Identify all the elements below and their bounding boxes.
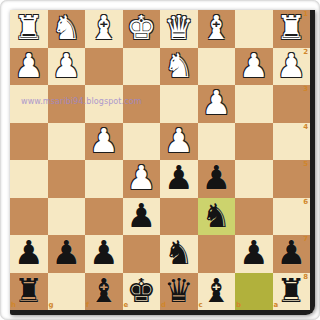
square-e8[interactable]: ♚e [123,273,161,311]
square-a2[interactable]: ♟2 [273,48,311,86]
square-h5[interactable] [10,160,48,198]
square-e7[interactable] [123,235,161,273]
black-king[interactable]: ♚ [126,274,156,307]
white-knight[interactable]: ♞ [51,11,81,44]
square-d6[interactable] [160,198,198,236]
file-label-b: b [236,302,241,309]
black-queen[interactable]: ♛ [164,274,194,307]
square-g5[interactable] [48,160,86,198]
rank-label-5: 5 [303,161,308,168]
black-bishop[interactable]: ♝ [89,274,119,307]
square-h8[interactable]: ♜h [10,273,48,311]
square-e1[interactable]: ♚ [123,10,161,48]
square-c7[interactable] [198,235,236,273]
square-h2[interactable]: ♟ [10,48,48,86]
square-c3[interactable]: ♟ [198,85,236,123]
black-pawn[interactable]: ♟ [164,161,194,194]
white-pawn[interactable]: ♟ [14,49,44,82]
square-b7[interactable]: ♟ [235,235,273,273]
square-f4[interactable]: ♟ [85,123,123,161]
square-c4[interactable] [198,123,236,161]
square-f1[interactable]: ♝ [85,10,123,48]
square-d1[interactable]: ♛ [160,10,198,48]
square-h1[interactable]: ♜ [10,10,48,48]
file-label-a: a [274,302,279,309]
file-label-e: e [124,302,129,309]
white-queen[interactable]: ♛ [164,11,194,44]
black-pawn[interactable]: ♟ [89,236,119,269]
chess-board: ♜♞♝♚♛♝♜1♟♟♞♟♟2♟3♟♟4♟♟♟5♟♞6♟♟♟♞♟♟7♜hg♝f♚e… [10,10,315,315]
square-c2[interactable] [198,48,236,86]
square-d7[interactable]: ♞ [160,235,198,273]
square-c8[interactable]: ♝c [198,273,236,311]
square-g2[interactable]: ♟ [48,48,86,86]
rank-label-3: 3 [303,86,308,93]
square-e6[interactable]: ♟ [123,198,161,236]
file-label-f: f [86,302,89,309]
square-f6[interactable] [85,198,123,236]
board-image-frame: ♜♞♝♚♛♝♜1♟♟♞♟♟2♟3♟♟4♟♟♟5♟♞6♟♟♟♞♟♟7♜hg♝f♚e… [0,0,320,320]
black-pawn[interactable]: ♟ [239,236,269,269]
square-h7[interactable]: ♟ [10,235,48,273]
square-d2[interactable]: ♞ [160,48,198,86]
square-a6[interactable]: 6 [273,198,311,236]
square-c6[interactable]: ♞ [198,198,236,236]
white-rook[interactable]: ♜ [276,11,306,44]
file-label-d: d [161,302,166,309]
square-a3[interactable]: 3 [273,85,311,123]
black-knight[interactable]: ♞ [201,199,231,232]
square-b5[interactable] [235,160,273,198]
square-e5[interactable]: ♟ [123,160,161,198]
square-g7[interactable]: ♟ [48,235,86,273]
square-d5[interactable]: ♟ [160,160,198,198]
rank-label-4: 4 [303,124,308,131]
white-pawn[interactable]: ♟ [276,49,306,82]
white-king[interactable]: ♚ [126,11,156,44]
white-pawn[interactable]: ♟ [239,49,269,82]
square-h6[interactable] [10,198,48,236]
rank-label-7: 7 [303,236,308,243]
square-d3[interactable] [160,85,198,123]
square-d4[interactable]: ♟ [160,123,198,161]
square-b1[interactable] [235,10,273,48]
black-pawn[interactable]: ♟ [276,236,306,269]
square-h4[interactable] [10,123,48,161]
square-b8[interactable]: b [235,273,273,311]
rank-label-2: 2 [303,49,308,56]
square-b3[interactable] [235,85,273,123]
rank-label-1: 1 [303,11,308,18]
white-pawn[interactable]: ♟ [201,86,231,119]
square-g8[interactable]: g [48,273,86,311]
square-f8[interactable]: ♝f [85,273,123,311]
square-c1[interactable]: ♝ [198,10,236,48]
square-g4[interactable] [48,123,86,161]
black-pawn[interactable]: ♟ [201,161,231,194]
white-pawn[interactable]: ♟ [126,161,156,194]
square-a4[interactable]: 4 [273,123,311,161]
square-g6[interactable] [48,198,86,236]
site-watermark: www.msaribi94.blogspot.com [21,97,161,106]
square-f5[interactable] [85,160,123,198]
white-bishop[interactable]: ♝ [89,11,119,44]
square-a1[interactable]: ♜1 [273,10,311,48]
square-c5[interactable]: ♟ [198,160,236,198]
file-label-c: c [199,302,203,309]
square-f7[interactable]: ♟ [85,235,123,273]
square-b6[interactable] [235,198,273,236]
rank-label-6: 6 [303,199,308,206]
white-knight[interactable]: ♞ [164,49,194,82]
square-e2[interactable] [123,48,161,86]
square-e4[interactable] [123,123,161,161]
square-a7[interactable]: ♟7 [273,235,311,273]
square-g1[interactable]: ♞ [48,10,86,48]
white-pawn[interactable]: ♟ [89,124,119,157]
black-pawn[interactable]: ♟ [14,236,44,269]
file-label-g: g [49,302,54,309]
black-pawn[interactable]: ♟ [126,199,156,232]
square-a8[interactable]: ♜a8 [273,273,311,311]
square-a5[interactable]: 5 [273,160,311,198]
black-rook[interactable]: ♜ [276,274,306,307]
black-bishop[interactable]: ♝ [201,274,231,307]
square-b2[interactable]: ♟ [235,48,273,86]
white-rook[interactable]: ♜ [14,11,44,44]
black-pawn[interactable]: ♟ [51,236,81,269]
square-d8[interactable]: ♛d [160,273,198,311]
white-pawn[interactable]: ♟ [51,49,81,82]
white-bishop[interactable]: ♝ [201,11,231,44]
square-b4[interactable] [235,123,273,161]
rank-label-8: 8 [303,274,308,281]
black-rook[interactable]: ♜ [14,274,44,307]
white-pawn[interactable]: ♟ [164,124,194,157]
file-label-h: h [11,302,16,309]
square-f2[interactable] [85,48,123,86]
black-knight[interactable]: ♞ [164,236,194,269]
